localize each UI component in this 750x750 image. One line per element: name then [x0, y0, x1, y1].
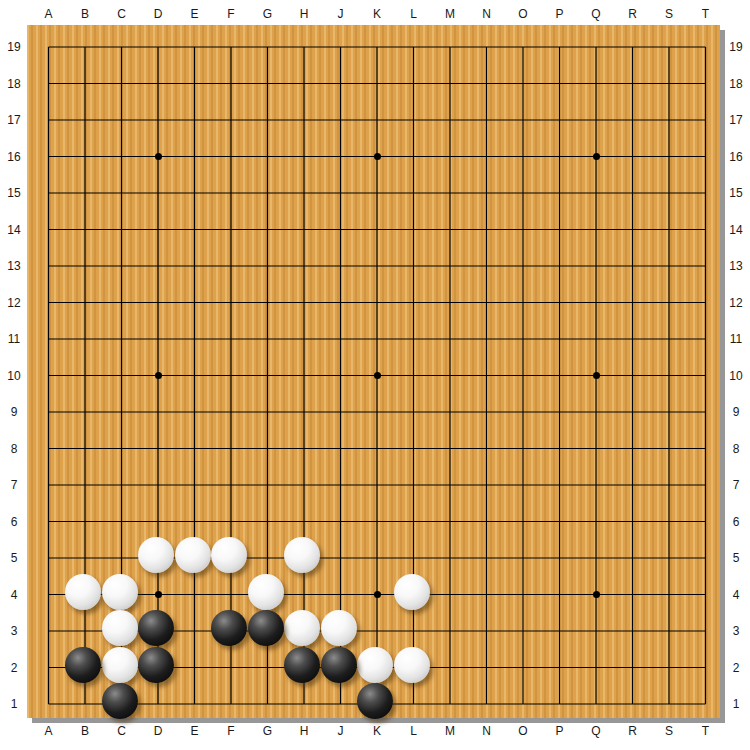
col-label-top-P: P [549, 6, 571, 22]
page: AA1919BB1818CC1717DD1616EE1515FF1414GG13… [0, 0, 750, 750]
col-label-top-Q: Q [585, 6, 607, 22]
row-label-right-10: 10 [725, 368, 747, 384]
row-label-left-7: 7 [3, 477, 25, 493]
stone-black-K1[interactable] [357, 683, 393, 719]
row-label-right-9: 9 [725, 404, 747, 420]
stone-white-B4[interactable] [65, 574, 101, 610]
row-label-right-16: 16 [725, 149, 747, 165]
stone-white-D5[interactable] [138, 537, 174, 573]
row-label-right-12: 12 [725, 295, 747, 311]
stone-white-G4[interactable] [248, 574, 284, 610]
col-label-bottom-S: S [658, 723, 680, 739]
stone-white-H5[interactable] [284, 537, 320, 573]
col-label-top-O: O [512, 6, 534, 22]
row-label-left-8: 8 [3, 441, 25, 457]
col-label-top-B: B [74, 6, 96, 22]
row-label-left-1: 1 [3, 696, 25, 712]
row-label-left-10: 10 [3, 368, 25, 384]
stone-white-J3[interactable] [321, 610, 357, 646]
col-label-bottom-C: C [111, 723, 133, 739]
col-label-top-L: L [403, 6, 425, 22]
row-label-right-7: 7 [725, 477, 747, 493]
stone-black-G3[interactable] [248, 610, 284, 646]
row-label-left-6: 6 [3, 514, 25, 530]
stone-white-L4[interactable] [394, 574, 430, 610]
col-label-bottom-L: L [403, 723, 425, 739]
star-point-Q16 [593, 153, 600, 160]
row-label-right-15: 15 [725, 185, 747, 201]
row-label-left-18: 18 [3, 76, 25, 92]
row-label-right-3: 3 [725, 623, 747, 639]
row-label-left-15: 15 [3, 185, 25, 201]
col-label-bottom-K: K [366, 723, 388, 739]
stone-white-C3[interactable] [102, 610, 138, 646]
star-point-K4 [374, 591, 381, 598]
col-label-top-R: R [622, 6, 644, 22]
stone-black-B2[interactable] [65, 647, 101, 683]
col-label-top-E: E [184, 6, 206, 22]
stone-white-F5[interactable] [211, 537, 247, 573]
row-label-left-12: 12 [3, 295, 25, 311]
col-label-bottom-P: P [549, 723, 571, 739]
col-label-top-N: N [476, 6, 498, 22]
stone-black-C1[interactable] [102, 683, 138, 719]
row-label-left-5: 5 [3, 550, 25, 566]
row-label-left-14: 14 [3, 222, 25, 238]
row-label-right-8: 8 [725, 441, 747, 457]
row-label-left-19: 19 [3, 39, 25, 55]
col-label-bottom-E: E [184, 723, 206, 739]
row-label-left-2: 2 [3, 660, 25, 676]
col-label-top-T: T [695, 6, 717, 22]
star-point-Q10 [593, 372, 600, 379]
col-label-top-A: A [38, 6, 60, 22]
row-label-left-17: 17 [3, 112, 25, 128]
col-label-bottom-G: G [257, 723, 279, 739]
row-label-right-17: 17 [725, 112, 747, 128]
row-label-left-4: 4 [3, 587, 25, 603]
star-point-Q4 [593, 591, 600, 598]
row-label-right-13: 13 [725, 258, 747, 274]
col-label-bottom-H: H [293, 723, 315, 739]
stone-white-C2[interactable] [102, 647, 138, 683]
col-label-bottom-N: N [476, 723, 498, 739]
row-label-right-6: 6 [725, 514, 747, 530]
row-label-left-16: 16 [3, 149, 25, 165]
row-label-right-19: 19 [725, 39, 747, 55]
col-label-bottom-M: M [439, 723, 461, 739]
row-label-left-3: 3 [3, 623, 25, 639]
col-label-top-M: M [439, 6, 461, 22]
stone-white-H3[interactable] [284, 610, 320, 646]
stone-white-E5[interactable] [175, 537, 211, 573]
col-label-top-C: C [111, 6, 133, 22]
star-point-D10 [155, 372, 162, 379]
row-label-right-2: 2 [725, 660, 747, 676]
col-label-top-H: H [293, 6, 315, 22]
stone-black-D2[interactable] [138, 647, 174, 683]
row-label-right-14: 14 [725, 222, 747, 238]
col-label-bottom-O: O [512, 723, 534, 739]
stone-black-F3[interactable] [211, 610, 247, 646]
col-label-top-G: G [257, 6, 279, 22]
col-label-bottom-D: D [147, 723, 169, 739]
stone-white-L2[interactable] [394, 647, 430, 683]
col-label-top-D: D [147, 6, 169, 22]
stone-white-C4[interactable] [102, 574, 138, 610]
stone-black-D3[interactable] [138, 610, 174, 646]
col-label-top-J: J [330, 6, 352, 22]
star-point-K16 [374, 153, 381, 160]
star-point-D4 [155, 591, 162, 598]
star-point-D16 [155, 153, 162, 160]
stone-white-K2[interactable] [357, 647, 393, 683]
row-label-left-11: 11 [3, 331, 25, 347]
col-label-bottom-F: F [220, 723, 242, 739]
row-label-left-13: 13 [3, 258, 25, 274]
row-label-left-9: 9 [3, 404, 25, 420]
col-label-bottom-T: T [695, 723, 717, 739]
row-label-right-5: 5 [725, 550, 747, 566]
col-label-bottom-J: J [330, 723, 352, 739]
col-label-bottom-A: A [38, 723, 60, 739]
stone-grid[interactable] [30, 29, 724, 723]
star-point-K10 [374, 372, 381, 379]
col-label-top-S: S [658, 6, 680, 22]
row-label-right-18: 18 [725, 76, 747, 92]
col-label-bottom-Q: Q [585, 723, 607, 739]
row-label-right-4: 4 [725, 587, 747, 603]
col-label-bottom-B: B [74, 723, 96, 739]
col-label-top-K: K [366, 6, 388, 22]
row-label-right-11: 11 [725, 331, 747, 347]
stone-black-J2[interactable] [321, 647, 357, 683]
col-label-bottom-R: R [622, 723, 644, 739]
stone-black-H2[interactable] [284, 647, 320, 683]
row-label-right-1: 1 [725, 696, 747, 712]
col-label-top-F: F [220, 6, 242, 22]
go-board[interactable] [27, 25, 720, 718]
